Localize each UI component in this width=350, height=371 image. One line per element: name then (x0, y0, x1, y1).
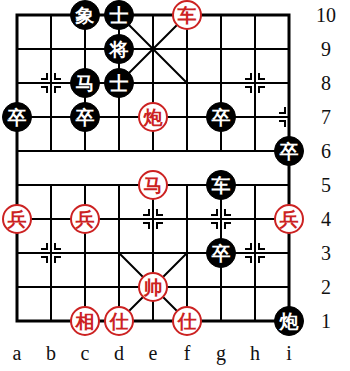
file-label-d: d (102, 338, 136, 368)
piece-red-advisor-d1[interactable]: 仕 (104, 306, 134, 336)
rank-label-8: 8 (304, 66, 348, 100)
piece-red-elephant-c1[interactable]: 相 (70, 306, 100, 336)
rank-label-4: 4 (304, 202, 348, 236)
piece-red-advisor-f1[interactable]: 仕 (172, 306, 202, 336)
piece-black-advisor-d10[interactable]: 士 (104, 0, 134, 30)
rank-label-6: 6 (304, 134, 348, 168)
piece-black-chariot-g5[interactable]: 车 (206, 170, 236, 200)
rank-label-5: 5 (304, 168, 348, 202)
file-label-c: c (68, 338, 102, 368)
file-labels: abcdefghi (0, 338, 306, 368)
piece-red-cannon-e7[interactable]: 炮 (138, 102, 168, 132)
piece-black-soldier-a7[interactable]: 卒 (2, 102, 32, 132)
piece-red-horse-e5[interactable]: 马 (138, 170, 168, 200)
piece-black-soldier-i6[interactable]: 卒 (274, 136, 304, 166)
piece-red-soldier-c4[interactable]: 兵 (70, 204, 100, 234)
rank-label-3: 3 (304, 236, 348, 270)
piece-red-soldier-i4[interactable]: 兵 (274, 204, 304, 234)
xiangqi-board: 象士车将马士卒卒炮卒卒马车兵兵兵卒帅相仕仕炮 abcdefghi 1098765… (0, 0, 350, 371)
piece-red-chariot-f10[interactable]: 车 (172, 0, 202, 30)
rank-label-7: 7 (304, 100, 348, 134)
file-label-g: g (204, 338, 238, 368)
rank-label-10: 10 (304, 0, 348, 32)
piece-black-soldier-g7[interactable]: 卒 (206, 102, 236, 132)
pieces-layer: 象士车将马士卒卒炮卒卒马车兵兵兵卒帅相仕仕炮 (0, 0, 306, 338)
piece-black-elephant-c10[interactable]: 象 (70, 0, 100, 30)
piece-black-general-d9[interactable]: 将 (104, 34, 134, 64)
piece-black-soldier-c7[interactable]: 卒 (70, 102, 100, 132)
file-label-i: i (272, 338, 306, 368)
file-label-b: b (34, 338, 68, 368)
file-label-e: e (136, 338, 170, 368)
rank-labels: 10987654321 (304, 0, 348, 338)
file-label-a: a (0, 338, 34, 368)
piece-black-soldier-g3[interactable]: 卒 (206, 238, 236, 268)
rank-label-2: 2 (304, 270, 348, 304)
file-label-f: f (170, 338, 204, 368)
piece-red-general-e2[interactable]: 帅 (138, 272, 168, 302)
piece-black-cannon-i1[interactable]: 炮 (274, 306, 304, 336)
piece-black-horse-c8[interactable]: 马 (70, 68, 100, 98)
rank-label-9: 9 (304, 32, 348, 66)
file-label-h: h (238, 338, 272, 368)
rank-label-1: 1 (304, 304, 348, 338)
piece-black-advisor-d8[interactable]: 士 (104, 68, 134, 98)
piece-red-soldier-a4[interactable]: 兵 (2, 204, 32, 234)
